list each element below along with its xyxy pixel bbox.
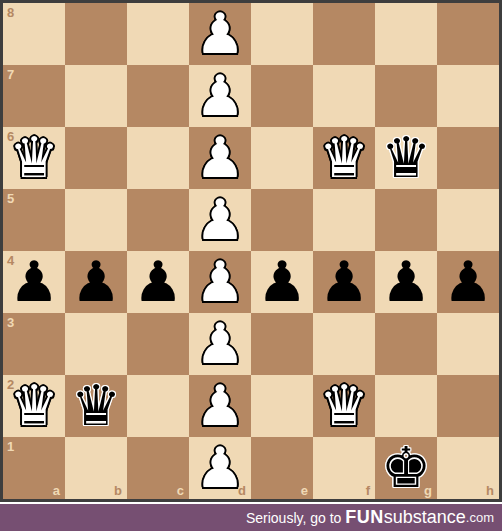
- rank-label-7: 7: [7, 68, 14, 81]
- footer-brand-rest: substance: [384, 507, 466, 528]
- file-label-a: a: [53, 484, 60, 497]
- square-e8[interactable]: [251, 3, 313, 65]
- square-c5[interactable]: [127, 189, 189, 251]
- square-e5[interactable]: [251, 189, 313, 251]
- square-e1[interactable]: e: [251, 437, 313, 499]
- square-c1[interactable]: c: [127, 437, 189, 499]
- black-king[interactable]: ♚: [381, 437, 431, 499]
- square-g5[interactable]: [375, 189, 437, 251]
- square-f4[interactable]: ♟: [313, 251, 375, 313]
- square-b8[interactable]: [65, 3, 127, 65]
- square-b5[interactable]: [65, 189, 127, 251]
- white-queen[interactable]: ♛: [9, 375, 59, 437]
- square-e7[interactable]: [251, 65, 313, 127]
- page: 8♟7♟6♛♟♛♛5♟4♟♟♟♟♟♟♟♟3♟2♛♛♟♛1abcd♟efg♚h S…: [0, 0, 502, 531]
- black-pawn[interactable]: ♟: [381, 251, 431, 313]
- square-f8[interactable]: [313, 3, 375, 65]
- square-c7[interactable]: [127, 65, 189, 127]
- white-queen[interactable]: ♛: [9, 127, 59, 189]
- square-b1[interactable]: b: [65, 437, 127, 499]
- chess-board-frame: 8♟7♟6♛♟♛♛5♟4♟♟♟♟♟♟♟♟3♟2♛♛♟♛1abcd♟efg♚h: [0, 0, 502, 502]
- file-label-f: f: [366, 484, 370, 497]
- square-h4[interactable]: ♟: [437, 251, 499, 313]
- square-a1[interactable]: 1a: [3, 437, 65, 499]
- black-pawn[interactable]: ♟: [319, 251, 369, 313]
- white-pawn[interactable]: ♟: [195, 313, 245, 375]
- black-pawn[interactable]: ♟: [9, 251, 59, 313]
- square-g2[interactable]: [375, 375, 437, 437]
- file-label-h: h: [486, 484, 494, 497]
- square-f1[interactable]: f: [313, 437, 375, 499]
- black-queen[interactable]: ♛: [381, 127, 431, 189]
- square-g6[interactable]: ♛: [375, 127, 437, 189]
- white-pawn[interactable]: ♟: [195, 3, 245, 65]
- square-h1[interactable]: h: [437, 437, 499, 499]
- file-label-b: b: [114, 484, 122, 497]
- white-pawn[interactable]: ♟: [195, 127, 245, 189]
- square-f3[interactable]: [313, 313, 375, 375]
- black-pawn[interactable]: ♟: [133, 251, 183, 313]
- white-pawn[interactable]: ♟: [195, 189, 245, 251]
- square-g7[interactable]: [375, 65, 437, 127]
- square-c4[interactable]: ♟: [127, 251, 189, 313]
- chess-board: 8♟7♟6♛♟♛♛5♟4♟♟♟♟♟♟♟♟3♟2♛♛♟♛1abcd♟efg♚h: [3, 3, 499, 499]
- square-f7[interactable]: [313, 65, 375, 127]
- rank-label-5: 5: [7, 192, 14, 205]
- square-f6[interactable]: ♛: [313, 127, 375, 189]
- file-label-c: c: [177, 484, 184, 497]
- white-pawn[interactable]: ♟: [195, 437, 245, 499]
- square-h3[interactable]: [437, 313, 499, 375]
- square-e4[interactable]: ♟: [251, 251, 313, 313]
- square-g3[interactable]: [375, 313, 437, 375]
- square-e6[interactable]: [251, 127, 313, 189]
- square-h2[interactable]: [437, 375, 499, 437]
- square-c8[interactable]: [127, 3, 189, 65]
- black-pawn[interactable]: ♟: [257, 251, 307, 313]
- black-pawn[interactable]: ♟: [443, 251, 493, 313]
- white-queen[interactable]: ♛: [319, 375, 369, 437]
- white-pawn[interactable]: ♟: [195, 375, 245, 437]
- square-d1[interactable]: d♟: [189, 437, 251, 499]
- square-a6[interactable]: 6♛: [3, 127, 65, 189]
- square-b4[interactable]: ♟: [65, 251, 127, 313]
- square-h8[interactable]: [437, 3, 499, 65]
- square-f5[interactable]: [313, 189, 375, 251]
- square-d5[interactable]: ♟: [189, 189, 251, 251]
- footer-banner: Seriously, go to FUNsubstance.com: [0, 502, 502, 531]
- square-a3[interactable]: 3: [3, 313, 65, 375]
- file-label-e: e: [301, 484, 308, 497]
- white-pawn[interactable]: ♟: [195, 65, 245, 127]
- rank-label-1: 1: [7, 440, 14, 453]
- square-h6[interactable]: [437, 127, 499, 189]
- square-h7[interactable]: [437, 65, 499, 127]
- square-a8[interactable]: 8: [3, 3, 65, 65]
- square-d4[interactable]: ♟: [189, 251, 251, 313]
- square-g8[interactable]: [375, 3, 437, 65]
- square-g1[interactable]: g♚: [375, 437, 437, 499]
- square-h5[interactable]: [437, 189, 499, 251]
- white-pawn[interactable]: ♟: [195, 251, 245, 313]
- black-pawn[interactable]: ♟: [71, 251, 121, 313]
- square-b3[interactable]: [65, 313, 127, 375]
- black-queen[interactable]: ♛: [71, 375, 121, 437]
- square-a2[interactable]: 2♛: [3, 375, 65, 437]
- square-a4[interactable]: 4♟: [3, 251, 65, 313]
- square-c2[interactable]: [127, 375, 189, 437]
- square-b2[interactable]: ♛: [65, 375, 127, 437]
- footer-text: Seriously, go to: [246, 510, 345, 526]
- square-c3[interactable]: [127, 313, 189, 375]
- square-f2[interactable]: ♛: [313, 375, 375, 437]
- square-d2[interactable]: ♟: [189, 375, 251, 437]
- square-e2[interactable]: [251, 375, 313, 437]
- square-d6[interactable]: ♟: [189, 127, 251, 189]
- white-queen[interactable]: ♛: [319, 127, 369, 189]
- square-d8[interactable]: ♟: [189, 3, 251, 65]
- footer-brand-bold: FUN: [345, 507, 384, 528]
- square-d3[interactable]: ♟: [189, 313, 251, 375]
- square-c6[interactable]: [127, 127, 189, 189]
- rank-label-3: 3: [7, 316, 14, 329]
- square-a7[interactable]: 7: [3, 65, 65, 127]
- square-a5[interactable]: 5: [3, 189, 65, 251]
- rank-label-8: 8: [7, 6, 14, 19]
- square-b7[interactable]: [65, 65, 127, 127]
- square-b6[interactable]: [65, 127, 127, 189]
- square-e3[interactable]: [251, 313, 313, 375]
- footer-domain-suffix: .com: [466, 510, 494, 525]
- square-d7[interactable]: ♟: [189, 65, 251, 127]
- square-g4[interactable]: ♟: [375, 251, 437, 313]
